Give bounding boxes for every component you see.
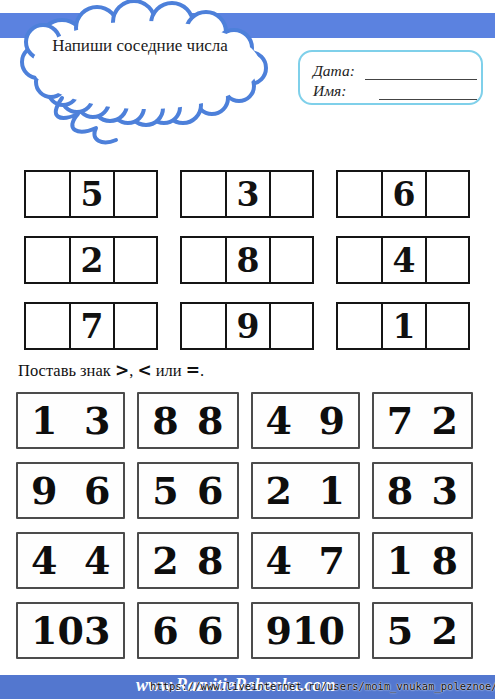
comparison-box[interactable]: 4 4 xyxy=(16,532,125,589)
neighbor-answer-cell-right[interactable] xyxy=(113,172,156,216)
neighbor-given-number: 7 xyxy=(69,304,112,348)
comparison-box[interactable]: 8 8 xyxy=(137,392,238,449)
instruction-period: . xyxy=(200,361,204,380)
neighbor-strip: 5 xyxy=(24,170,158,218)
neighbor-answer-cell-right[interactable] xyxy=(425,172,468,216)
neighbor-given-number: 6 xyxy=(381,172,424,216)
comparison-right-number: 3 xyxy=(84,402,110,440)
neighbor-strip: 9 xyxy=(180,302,314,350)
comparison-right-number: 6 xyxy=(197,472,223,510)
neighbor-strip: 8 xyxy=(180,236,314,284)
comparison-left-number: 7 xyxy=(387,402,413,440)
comparison-left-number: 2 xyxy=(152,542,178,580)
instruction-text: Поставь знак >, < или =. xyxy=(18,360,204,381)
neighbor-answer-cell-left[interactable] xyxy=(182,238,225,282)
neighbor-given-number: 1 xyxy=(381,304,424,348)
comparison-left-number: 4 xyxy=(266,542,292,580)
comparison-right-number: 8 xyxy=(197,542,223,580)
comparison-box[interactable]: 1 3 xyxy=(16,392,125,449)
comparison-box[interactable]: 9 6 xyxy=(16,462,125,519)
comparison-box[interactable]: 5 6 xyxy=(137,462,238,519)
neighbor-answer-cell-right[interactable] xyxy=(425,238,468,282)
comparison-left-number: 1 xyxy=(387,542,413,580)
neighbor-answer-cell-right[interactable] xyxy=(269,172,312,216)
comparison-right-number: 6 xyxy=(84,472,110,510)
comparison-left-number: 10 xyxy=(31,612,84,650)
neighbors-section: 5 3 6 2 8 4 7 xyxy=(24,170,471,350)
neighbor-given-number: 8 xyxy=(225,238,268,282)
comparison-right-number: 1 xyxy=(318,472,344,510)
neighbor-answer-cell-left[interactable] xyxy=(182,304,225,348)
comparison-box[interactable]: 10 3 xyxy=(16,602,125,659)
neighbor-strip: 6 xyxy=(336,170,470,218)
comparison-left-number: 6 xyxy=(152,612,178,650)
neighbor-given-number: 9 xyxy=(225,304,268,348)
comparison-box[interactable]: 7 2 xyxy=(372,392,473,449)
comparison-left-number: 8 xyxy=(152,402,178,440)
comparison-right-number: 3 xyxy=(84,612,110,650)
comparison-left-number: 5 xyxy=(152,472,178,510)
comparison-left-number: 8 xyxy=(387,472,413,510)
neighbor-strip: 1 xyxy=(336,302,470,350)
comparison-box[interactable]: 4 7 xyxy=(251,532,360,589)
comparison-box[interactable]: 4 9 xyxy=(251,392,360,449)
comparison-right-number: 10 xyxy=(292,612,345,650)
comparison-box[interactable]: 8 3 xyxy=(372,462,473,519)
comparison-right-number: 9 xyxy=(318,402,344,440)
neighbor-strip: 4 xyxy=(336,236,470,284)
comparison-right-number: 7 xyxy=(318,542,344,580)
neighbor-answer-cell-right[interactable] xyxy=(425,304,468,348)
comparison-left-number: 4 xyxy=(31,542,57,580)
comparison-left-number: 5 xyxy=(387,612,413,650)
neighbor-answer-cell-left[interactable] xyxy=(182,172,225,216)
comparison-right-number: 6 xyxy=(197,612,223,650)
date-name-box: Дата: Имя: xyxy=(298,50,483,105)
comparison-box[interactable]: 9 10 xyxy=(251,602,360,659)
comparison-right-number: 2 xyxy=(432,402,458,440)
bubble-title: Напиши соседние числа xyxy=(40,36,240,56)
comparison-box[interactable]: 2 1 xyxy=(251,462,360,519)
worksheet-page: Напиши соседние числа Дата: Имя: 5 3 6 xyxy=(0,0,495,699)
comparison-left-number: 4 xyxy=(266,402,292,440)
comparison-box[interactable]: 6 6 xyxy=(137,602,238,659)
comparison-left-number: 9 xyxy=(31,472,57,510)
source-url-text: https://www.liveinternet.ru/users/moim_v… xyxy=(150,680,495,692)
date-label: Дата: xyxy=(313,62,361,80)
neighbor-answer-cell-right[interactable] xyxy=(269,304,312,348)
comparison-right-number: 8 xyxy=(197,402,223,440)
neighbor-answer-cell-left[interactable] xyxy=(338,304,381,348)
greater-than-sign: > xyxy=(115,360,129,380)
neighbor-answer-cell-right[interactable] xyxy=(269,238,312,282)
neighbor-answer-cell-left[interactable] xyxy=(26,238,69,282)
comparison-left-number: 9 xyxy=(266,612,292,650)
neighbor-answer-cell-left[interactable] xyxy=(338,172,381,216)
comparison-left-number: 2 xyxy=(266,472,292,510)
neighbor-answer-cell-left[interactable] xyxy=(26,172,69,216)
comparison-box[interactable]: 1 8 xyxy=(372,532,473,589)
neighbor-given-number: 3 xyxy=(225,172,268,216)
comparison-right-number: 8 xyxy=(432,542,458,580)
comparison-right-number: 4 xyxy=(84,542,110,580)
neighbor-answer-cell-left[interactable] xyxy=(338,238,381,282)
neighbor-answer-cell-left[interactable] xyxy=(26,304,69,348)
neighbor-strip: 3 xyxy=(180,170,314,218)
neighbor-given-number: 4 xyxy=(381,238,424,282)
speech-bubble-cloud-icon xyxy=(6,0,276,150)
neighbor-given-number: 5 xyxy=(69,172,112,216)
comparison-right-number: 3 xyxy=(432,472,458,510)
less-than-sign: < xyxy=(137,360,151,380)
neighbor-answer-cell-right[interactable] xyxy=(113,304,156,348)
neighbor-strip: 2 xyxy=(24,236,158,284)
comparison-box[interactable]: 5 2 xyxy=(372,602,473,659)
name-fill-line[interactable] xyxy=(379,86,477,100)
comparison-left-number: 1 xyxy=(31,402,57,440)
comparisons-section: 1 3 8 8 4 9 7 2 9 6 5 6 2 1 8 3 xyxy=(16,392,473,659)
name-row: Имя: xyxy=(313,80,481,100)
equals-sign: = xyxy=(186,360,200,380)
name-label: Имя: xyxy=(313,82,361,100)
date-row: Дата: xyxy=(313,60,481,80)
instruction-prefix: Поставь знак xyxy=(18,361,115,380)
instruction-or: или xyxy=(152,361,186,380)
date-fill-line[interactable] xyxy=(365,66,477,80)
neighbor-strip: 7 xyxy=(24,302,158,350)
comparison-box[interactable]: 2 8 xyxy=(137,532,238,589)
neighbor-given-number: 2 xyxy=(69,238,112,282)
neighbor-answer-cell-right[interactable] xyxy=(113,238,156,282)
comparison-right-number: 2 xyxy=(432,612,458,650)
